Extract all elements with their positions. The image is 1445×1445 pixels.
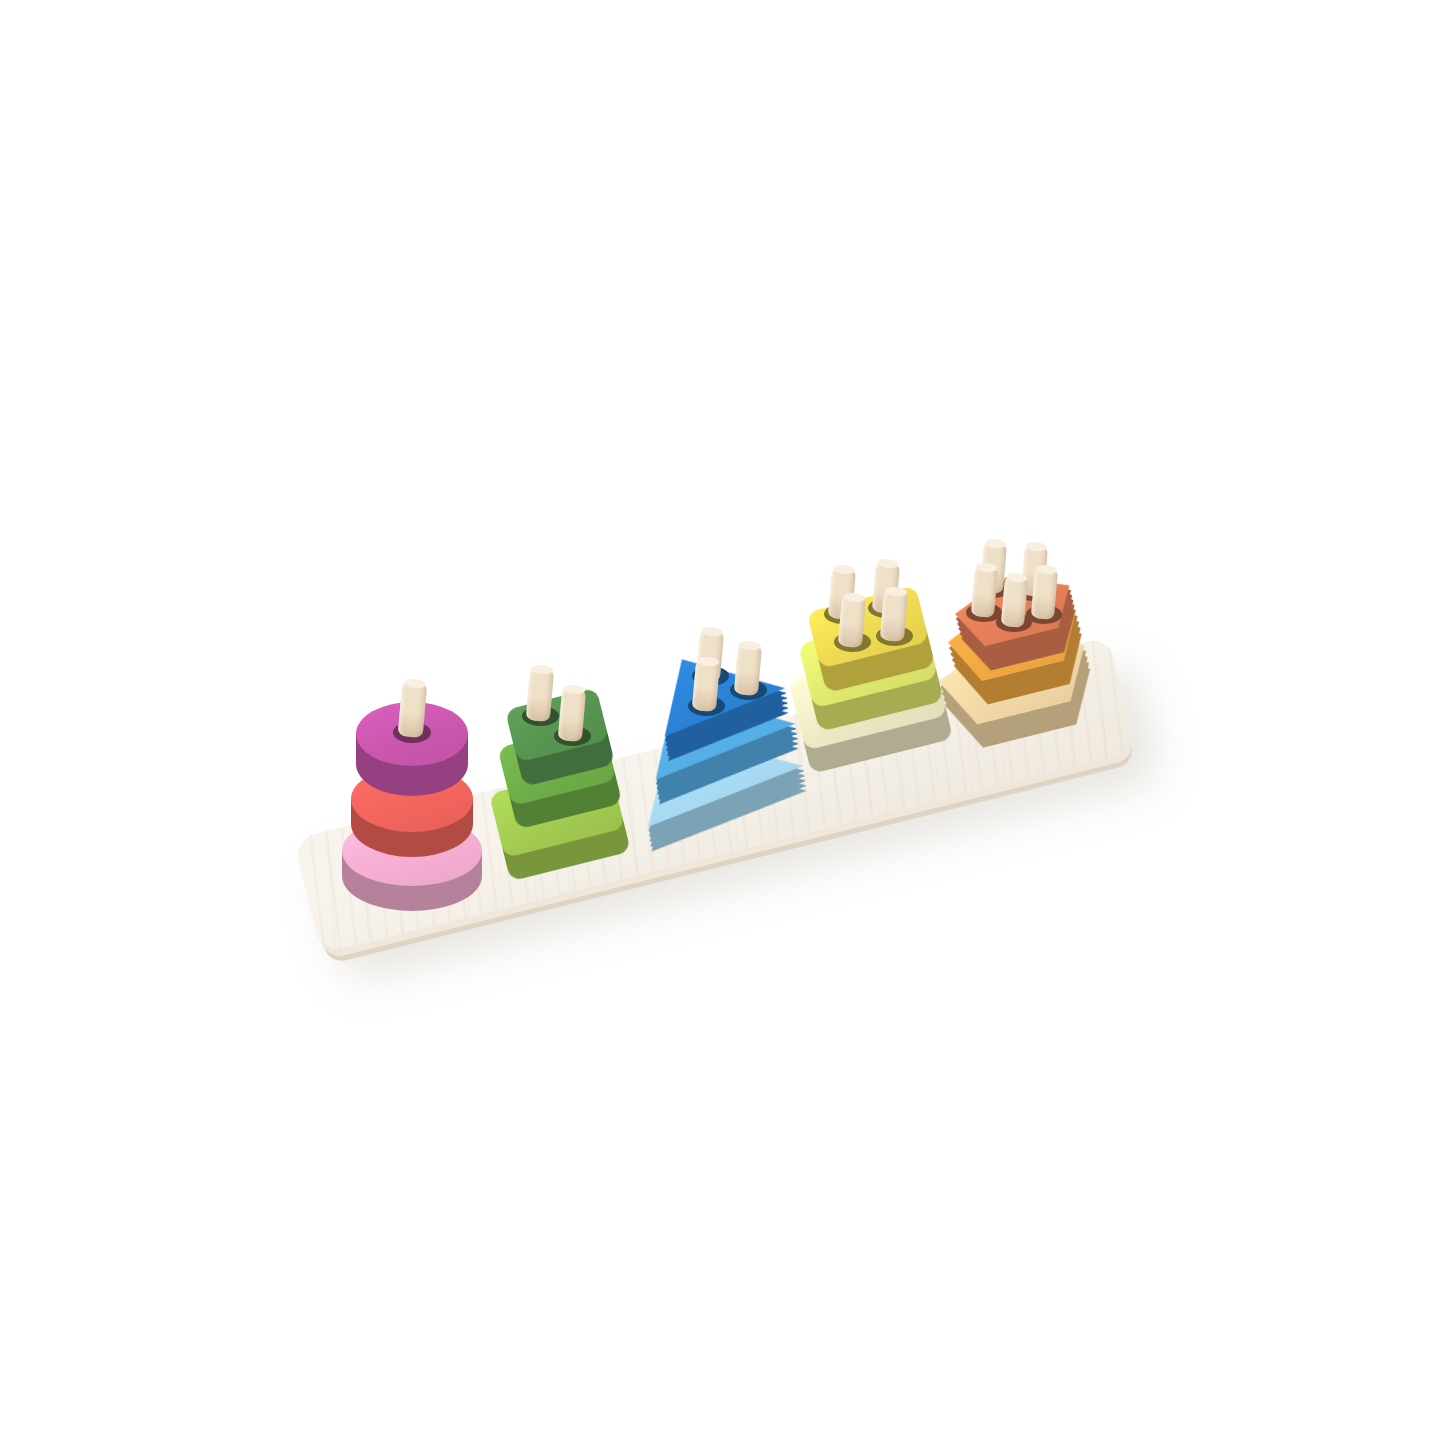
face-circle (351, 766, 473, 832)
layer-circle-2 (351, 766, 473, 832)
stack-1-circle (0, 0, 1445, 1445)
product-photo-shape-sorter-toy (0, 0, 1445, 1445)
peg-top-face (403, 678, 426, 689)
wooden-peg (397, 680, 427, 738)
